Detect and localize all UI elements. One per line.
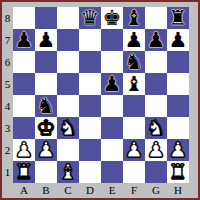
square-e6[interactable] — [101, 51, 123, 73]
square-f4[interactable] — [123, 95, 145, 117]
square-h3[interactable] — [167, 117, 189, 139]
square-b3[interactable]: ♚ — [35, 117, 57, 139]
rank-label-2: 2 — [2, 139, 13, 161]
square-g8[interactable] — [145, 7, 167, 29]
square-a1[interactable]: ♜ — [13, 161, 35, 183]
square-b5[interactable] — [35, 73, 57, 95]
square-e2[interactable] — [101, 139, 123, 161]
white-rook-icon[interactable]: ♜ — [15, 161, 34, 183]
square-c6[interactable] — [57, 51, 79, 73]
square-b6[interactable] — [35, 51, 57, 73]
square-g3[interactable]: ♞ — [145, 117, 167, 139]
rank-label-7: 7 — [2, 29, 13, 51]
square-f1[interactable] — [123, 161, 145, 183]
square-h2[interactable]: ♟ — [167, 139, 189, 161]
black-pawn-icon[interactable]: ♟ — [169, 29, 188, 51]
square-c8[interactable] — [57, 7, 79, 29]
square-g4[interactable] — [145, 95, 167, 117]
square-h4[interactable] — [167, 95, 189, 117]
square-a8[interactable] — [13, 7, 35, 29]
square-b4[interactable]: ♞ — [35, 95, 57, 117]
square-d3[interactable] — [79, 117, 101, 139]
square-f3[interactable] — [123, 117, 145, 139]
square-e1[interactable] — [101, 161, 123, 183]
rank-label-5: 5 — [2, 73, 13, 95]
white-knight-icon[interactable]: ♞ — [147, 117, 166, 139]
square-d8[interactable]: ♛ — [79, 7, 101, 29]
file-label-a: A — [13, 184, 35, 198]
black-knight-icon[interactable]: ♞ — [125, 51, 144, 73]
rank-label-1: 1 — [2, 161, 13, 183]
square-f7[interactable]: ♟ — [123, 29, 145, 51]
square-h8[interactable]: ♜ — [167, 7, 189, 29]
square-f6[interactable]: ♞ — [123, 51, 145, 73]
square-h7[interactable]: ♟ — [167, 29, 189, 51]
square-b2[interactable]: ♟ — [35, 139, 57, 161]
white-bishop-icon[interactable]: ♝ — [59, 161, 78, 183]
square-a2[interactable]: ♟ — [13, 139, 35, 161]
black-pawn-icon[interactable]: ♟ — [37, 29, 56, 51]
square-a7[interactable]: ♟ — [13, 29, 35, 51]
square-d4[interactable] — [79, 95, 101, 117]
rank-label-4: 4 — [2, 95, 13, 117]
black-bishop-icon[interactable]: ♝ — [125, 73, 144, 95]
black-rook-icon[interactable]: ♜ — [169, 7, 188, 29]
black-king-icon[interactable]: ♚ — [103, 7, 122, 29]
square-f5[interactable]: ♝ — [123, 73, 145, 95]
square-a5[interactable] — [13, 73, 35, 95]
square-a3[interactable] — [13, 117, 35, 139]
file-label-g: G — [145, 184, 167, 198]
black-pawn-icon[interactable]: ♟ — [103, 73, 122, 95]
rank-labels: 8 7 6 5 4 3 2 1 — [2, 7, 13, 183]
square-d7[interactable] — [79, 29, 101, 51]
black-bishop-icon[interactable]: ♝ — [125, 7, 144, 29]
square-c3[interactable]: ♞ — [57, 117, 79, 139]
square-g1[interactable] — [145, 161, 167, 183]
white-knight-icon[interactable]: ♞ — [59, 117, 78, 139]
white-pawn-icon[interactable]: ♟ — [147, 139, 166, 161]
square-d6[interactable] — [79, 51, 101, 73]
square-e3[interactable] — [101, 117, 123, 139]
white-king-icon[interactable]: ♚ — [37, 117, 56, 139]
white-rook-icon[interactable]: ♜ — [169, 161, 188, 183]
square-a4[interactable] — [13, 95, 35, 117]
chessboard-frame: 8 7 6 5 4 3 2 1 ♛♚♝♜♟♟♟♟♟♞♟♝♞♚♞♞♟♟♟♟♟♜♝♜… — [0, 0, 200, 200]
white-pawn-icon[interactable]: ♟ — [37, 139, 56, 161]
square-f2[interactable]: ♟ — [123, 139, 145, 161]
chess-board[interactable]: ♛♚♝♜♟♟♟♟♟♞♟♝♞♚♞♞♟♟♟♟♟♜♝♜ — [13, 7, 189, 183]
square-c2[interactable] — [57, 139, 79, 161]
square-a6[interactable] — [13, 51, 35, 73]
black-pawn-icon[interactable]: ♟ — [125, 29, 144, 51]
square-g6[interactable] — [145, 51, 167, 73]
black-pawn-icon[interactable]: ♟ — [15, 29, 34, 51]
square-h5[interactable] — [167, 73, 189, 95]
square-b7[interactable]: ♟ — [35, 29, 57, 51]
file-labels: A B C D E F G H — [13, 184, 189, 198]
square-e8[interactable]: ♚ — [101, 7, 123, 29]
black-pawn-icon[interactable]: ♟ — [147, 29, 166, 51]
square-e5[interactable]: ♟ — [101, 73, 123, 95]
square-d2[interactable] — [79, 139, 101, 161]
square-e4[interactable] — [101, 95, 123, 117]
square-h6[interactable] — [167, 51, 189, 73]
square-b8[interactable] — [35, 7, 57, 29]
file-label-f: F — [123, 184, 145, 198]
square-f8[interactable]: ♝ — [123, 7, 145, 29]
square-g5[interactable] — [145, 73, 167, 95]
black-queen-icon[interactable]: ♛ — [81, 7, 100, 29]
file-label-h: H — [167, 184, 189, 198]
file-label-b: B — [35, 184, 57, 198]
square-c4[interactable] — [57, 95, 79, 117]
file-label-e: E — [101, 184, 123, 198]
square-d5[interactable] — [79, 73, 101, 95]
white-pawn-icon[interactable]: ♟ — [125, 139, 144, 161]
square-c5[interactable] — [57, 73, 79, 95]
square-c7[interactable] — [57, 29, 79, 51]
square-b1[interactable] — [35, 161, 57, 183]
black-knight-icon[interactable]: ♞ — [37, 95, 56, 117]
rank-label-3: 3 — [2, 117, 13, 139]
file-label-d: D — [79, 184, 101, 198]
square-g2[interactable]: ♟ — [145, 139, 167, 161]
rank-label-8: 8 — [2, 7, 13, 29]
rank-label-6: 6 — [2, 51, 13, 73]
square-e7[interactable] — [101, 29, 123, 51]
square-g7[interactable]: ♟ — [145, 29, 167, 51]
square-d1[interactable] — [79, 161, 101, 183]
square-c1[interactable]: ♝ — [57, 161, 79, 183]
file-label-c: C — [57, 184, 79, 198]
white-pawn-icon[interactable]: ♟ — [169, 139, 188, 161]
white-pawn-icon[interactable]: ♟ — [15, 139, 34, 161]
square-h1[interactable]: ♜ — [167, 161, 189, 183]
